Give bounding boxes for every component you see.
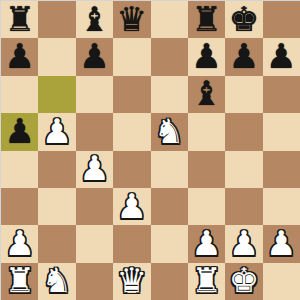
square-b7[interactable] xyxy=(38,38,75,75)
piece-black-pawn[interactable]: ♟ xyxy=(4,114,34,148)
square-a4[interactable] xyxy=(1,151,38,188)
square-h2[interactable]: ♟ xyxy=(263,225,300,262)
square-g5[interactable] xyxy=(225,113,262,150)
square-h6[interactable] xyxy=(263,76,300,113)
square-b5[interactable]: ♟ xyxy=(38,113,75,150)
piece-white-knight[interactable]: ♞ xyxy=(42,263,72,297)
square-g8[interactable]: ♚ xyxy=(225,1,262,38)
piece-black-pawn[interactable]: ♟ xyxy=(229,39,259,73)
square-f5[interactable] xyxy=(188,113,225,150)
square-d5[interactable] xyxy=(113,113,150,150)
square-d3[interactable]: ♟ xyxy=(113,188,150,225)
piece-white-pawn[interactable]: ♟ xyxy=(79,151,109,185)
square-a3[interactable] xyxy=(1,188,38,225)
square-d6[interactable] xyxy=(113,76,150,113)
square-c6[interactable] xyxy=(76,76,113,113)
square-g3[interactable] xyxy=(225,188,262,225)
square-d1[interactable]: ♛ xyxy=(113,263,150,300)
square-g1[interactable]: ♚ xyxy=(225,263,262,300)
square-f3[interactable] xyxy=(188,188,225,225)
square-c3[interactable] xyxy=(76,188,113,225)
square-a2[interactable]: ♟ xyxy=(1,225,38,262)
square-e3[interactable] xyxy=(151,188,188,225)
square-f6[interactable]: ♝ xyxy=(188,76,225,113)
square-b4[interactable] xyxy=(38,151,75,188)
square-h4[interactable] xyxy=(263,151,300,188)
square-a7[interactable]: ♟ xyxy=(1,38,38,75)
square-d2[interactable] xyxy=(113,225,150,262)
piece-white-rook[interactable]: ♜ xyxy=(191,263,221,297)
square-a8[interactable]: ♜ xyxy=(1,1,38,38)
piece-white-pawn[interactable]: ♟ xyxy=(4,226,34,260)
piece-black-queen[interactable]: ♛ xyxy=(117,2,147,36)
piece-black-bishop[interactable]: ♝ xyxy=(79,2,109,36)
square-a5[interactable]: ♟ xyxy=(1,113,38,150)
square-a1[interactable]: ♜ xyxy=(1,263,38,300)
square-f2[interactable]: ♟ xyxy=(188,225,225,262)
square-c1[interactable] xyxy=(76,263,113,300)
square-h3[interactable] xyxy=(263,188,300,225)
piece-black-king[interactable]: ♚ xyxy=(229,2,259,36)
piece-black-pawn[interactable]: ♟ xyxy=(79,39,109,73)
piece-white-pawn[interactable]: ♟ xyxy=(42,114,72,148)
square-c5[interactable] xyxy=(76,113,113,150)
piece-black-pawn[interactable]: ♟ xyxy=(4,39,34,73)
piece-black-pawn[interactable]: ♟ xyxy=(266,39,296,73)
piece-white-knight[interactable]: ♞ xyxy=(154,114,184,148)
square-c4[interactable]: ♟ xyxy=(76,151,113,188)
square-h1[interactable] xyxy=(263,263,300,300)
chess-board: ♜♝♛♜♚♟♟♟♟♟♝♟♟♞♟♟♟♟♟♟♜♞♛♜♚ xyxy=(1,1,300,300)
square-e7[interactable] xyxy=(151,38,188,75)
square-b8[interactable] xyxy=(38,1,75,38)
square-e5[interactable]: ♞ xyxy=(151,113,188,150)
piece-black-rook[interactable]: ♜ xyxy=(4,2,34,36)
piece-white-pawn[interactable]: ♟ xyxy=(117,189,147,223)
square-c2[interactable] xyxy=(76,225,113,262)
square-b6[interactable] xyxy=(38,76,75,113)
square-f1[interactable]: ♜ xyxy=(188,263,225,300)
piece-white-pawn[interactable]: ♟ xyxy=(191,226,221,260)
square-g6[interactable] xyxy=(225,76,262,113)
square-g7[interactable]: ♟ xyxy=(225,38,262,75)
square-e2[interactable] xyxy=(151,225,188,262)
square-f8[interactable]: ♜ xyxy=(188,1,225,38)
square-d7[interactable] xyxy=(113,38,150,75)
square-e8[interactable] xyxy=(151,1,188,38)
square-g4[interactable] xyxy=(225,151,262,188)
piece-white-rook[interactable]: ♜ xyxy=(4,263,34,297)
square-h8[interactable] xyxy=(263,1,300,38)
square-f4[interactable] xyxy=(188,151,225,188)
chess-board-container: ♜♝♛♜♚♟♟♟♟♟♝♟♟♞♟♟♟♟♟♟♜♞♛♜♚ xyxy=(0,0,300,300)
square-e1[interactable] xyxy=(151,263,188,300)
square-a6[interactable] xyxy=(1,76,38,113)
square-c7[interactable]: ♟ xyxy=(76,38,113,75)
square-b1[interactable]: ♞ xyxy=(38,263,75,300)
piece-black-pawn[interactable]: ♟ xyxy=(191,39,221,73)
square-e4[interactable] xyxy=(151,151,188,188)
square-e6[interactable] xyxy=(151,76,188,113)
square-d4[interactable] xyxy=(113,151,150,188)
square-h7[interactable]: ♟ xyxy=(263,38,300,75)
piece-black-rook[interactable]: ♜ xyxy=(191,2,221,36)
square-b3[interactable] xyxy=(38,188,75,225)
piece-white-queen[interactable]: ♛ xyxy=(117,263,147,297)
piece-white-king[interactable]: ♚ xyxy=(229,263,259,297)
square-h5[interactable] xyxy=(263,113,300,150)
piece-white-pawn[interactable]: ♟ xyxy=(266,226,296,260)
square-b2[interactable] xyxy=(38,225,75,262)
square-c8[interactable]: ♝ xyxy=(76,1,113,38)
square-f7[interactable]: ♟ xyxy=(188,38,225,75)
piece-black-bishop[interactable]: ♝ xyxy=(191,76,221,110)
square-d8[interactable]: ♛ xyxy=(113,1,150,38)
piece-white-pawn[interactable]: ♟ xyxy=(229,226,259,260)
square-g2[interactable]: ♟ xyxy=(225,225,262,262)
